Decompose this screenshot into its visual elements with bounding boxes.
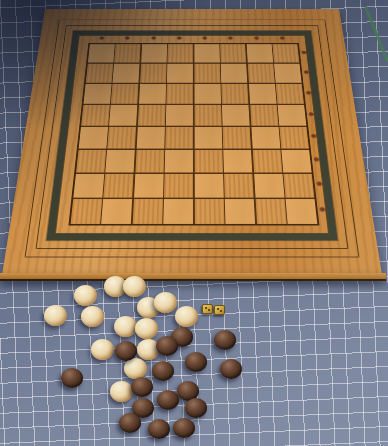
checker-piece-light[interactable] (123, 276, 146, 297)
checker-piece-light[interactable] (110, 381, 133, 402)
checker-piece-light[interactable] (114, 316, 137, 337)
die[interactable] (214, 305, 225, 315)
checker-piece-dark[interactable] (173, 418, 195, 438)
checker-piece-dark[interactable] (156, 336, 178, 356)
pieces-layer (0, 0, 388, 446)
checker-piece-dark[interactable] (61, 368, 83, 388)
checker-piece-dark[interactable] (148, 419, 170, 439)
checker-piece-dark[interactable] (157, 390, 179, 410)
checker-piece-light[interactable] (154, 292, 177, 313)
checker-piece-dark[interactable] (131, 377, 153, 397)
checker-piece-light[interactable] (175, 306, 198, 327)
checker-piece-dark[interactable] (115, 341, 137, 361)
checker-piece-light[interactable] (81, 306, 104, 327)
checker-piece-dark[interactable] (220, 359, 242, 379)
checker-piece-dark[interactable] (152, 361, 174, 381)
checker-piece-light[interactable] (135, 318, 158, 339)
checker-piece-dark[interactable] (185, 398, 207, 418)
checker-piece-dark[interactable] (185, 352, 207, 372)
checker-piece-dark[interactable] (214, 330, 236, 350)
checker-piece-light[interactable] (44, 305, 67, 326)
photo-scene (0, 0, 388, 446)
die[interactable] (202, 304, 213, 314)
checker-piece-light[interactable] (91, 339, 114, 360)
checker-piece-dark[interactable] (119, 413, 141, 433)
checker-piece-light[interactable] (74, 285, 97, 306)
